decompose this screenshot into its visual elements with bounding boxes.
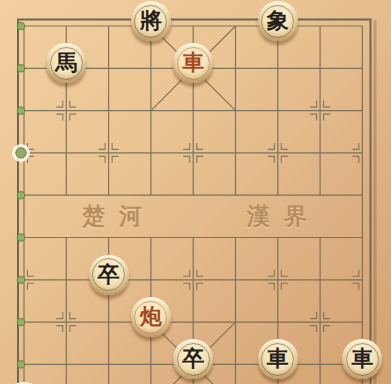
xiangqi-board-screen: 楚河 漢界 將象馬車卒炮卒車車 [0, 0, 391, 384]
bamboo-node-dot [17, 107, 25, 115]
bamboo-node-dot [17, 276, 25, 284]
piece-character: 車 [351, 348, 373, 370]
piece-character: 象 [267, 10, 289, 32]
bamboo-node-dot [17, 22, 25, 30]
piece-character: 馬 [55, 52, 77, 74]
bamboo-node-dot [17, 234, 25, 242]
black-chariot-1[interactable]: 車 [258, 339, 298, 379]
piece-character: 車 [267, 348, 289, 370]
bamboo-node-dot-highlighted [16, 148, 26, 158]
red-cannon[interactable]: 炮 [131, 297, 171, 337]
black-general[interactable]: 將 [131, 1, 171, 41]
piece-character: 炮 [140, 306, 162, 328]
bamboo-node-dot [17, 318, 25, 326]
piece-character: 卒 [182, 348, 204, 370]
piece-character: 卒 [98, 264, 120, 286]
bamboo-node-dot [17, 361, 25, 369]
bamboo-node-dot [17, 191, 25, 199]
black-elephant[interactable]: 象 [258, 1, 298, 41]
piece-character: 車 [182, 52, 204, 74]
bamboo-node-dot [17, 65, 25, 73]
black-soldier-1[interactable]: 卒 [89, 255, 129, 295]
piece-character: 將 [140, 10, 162, 32]
